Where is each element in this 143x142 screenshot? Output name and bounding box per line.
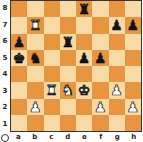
square-f4[interactable]	[92, 66, 108, 82]
square-d5[interactable]	[60, 50, 76, 66]
square-g2[interactable]	[109, 99, 125, 115]
square-b6[interactable]	[27, 34, 43, 50]
white-knight-d3: ♞	[62, 83, 75, 97]
square-c1[interactable]	[44, 115, 60, 131]
square-e8[interactable]: ♜	[76, 1, 92, 17]
black-king-a5: ♚	[13, 50, 26, 64]
square-f3[interactable]	[92, 82, 108, 98]
square-e2[interactable]	[76, 99, 92, 115]
white-rook-b7: ♜	[29, 18, 42, 32]
square-g7[interactable]: ♟	[109, 17, 125, 33]
square-d7[interactable]	[60, 17, 76, 33]
square-h2[interactable]: ♟	[125, 99, 141, 115]
rank-label-7: 7	[0, 17, 10, 34]
square-a4[interactable]	[11, 66, 27, 82]
square-g6[interactable]	[109, 34, 125, 50]
square-c8[interactable]	[44, 1, 60, 17]
square-e1[interactable]	[76, 115, 92, 131]
file-labels: abcdefgh	[10, 132, 142, 142]
square-a3[interactable]	[11, 82, 27, 98]
square-b5[interactable]: ♞	[27, 50, 43, 66]
white-pawn-f2: ♟	[94, 99, 107, 113]
white-pawn-g3: ♟	[110, 83, 123, 97]
rank-label-3: 3	[0, 83, 10, 100]
black-knight-b5: ♞	[29, 50, 42, 64]
square-c6[interactable]	[44, 34, 60, 50]
square-f5[interactable]: ♟	[92, 50, 108, 66]
file-label-a: a	[10, 132, 27, 142]
square-b4[interactable]	[27, 66, 43, 82]
file-label-e: e	[76, 132, 93, 142]
square-g4[interactable]	[109, 66, 125, 82]
square-g3[interactable]: ♟	[109, 82, 125, 98]
square-c5[interactable]	[44, 50, 60, 66]
square-f7[interactable]	[92, 17, 108, 33]
square-d6[interactable]: ♜	[60, 34, 76, 50]
rank-label-8: 8	[0, 0, 10, 17]
square-c3[interactable]: ♜	[44, 82, 60, 98]
rank-label-4: 4	[0, 66, 10, 83]
rank-label-5: 5	[0, 50, 10, 67]
square-c4[interactable]	[44, 66, 60, 82]
square-f6[interactable]	[92, 34, 108, 50]
square-b2[interactable]: ♟	[27, 99, 43, 115]
square-a1[interactable]	[11, 115, 27, 131]
chess-diagram: 87654321 ♜♜♟♟♟♜♚♞♟♟♜♞♚♟♟♟♟ abcdefgh	[0, 0, 142, 142]
chess-board: ♜♜♟♟♟♜♚♞♟♟♜♞♚♟♟♟♟	[10, 0, 142, 132]
square-h6[interactable]	[125, 34, 141, 50]
white-king-e3: ♚	[78, 83, 91, 97]
square-b7[interactable]: ♜	[27, 17, 43, 33]
square-a2[interactable]	[11, 99, 27, 115]
white-pawn-b2: ♟	[29, 99, 42, 113]
black-pawn-e5: ♟	[78, 50, 91, 64]
black-pawn-a6: ♟	[13, 34, 26, 48]
square-f1[interactable]	[92, 115, 108, 131]
file-label-g: g	[109, 132, 126, 142]
black-rook-e8: ♜	[78, 2, 91, 16]
square-b1[interactable]	[27, 115, 43, 131]
square-h3[interactable]	[125, 82, 141, 98]
white-to-move-indicator	[1, 134, 9, 142]
square-h8[interactable]	[125, 1, 141, 17]
square-b8[interactable]	[27, 1, 43, 17]
square-b3[interactable]	[27, 82, 43, 98]
rank-label-2: 2	[0, 99, 10, 116]
square-a8[interactable]	[11, 1, 27, 17]
file-label-h: h	[126, 132, 143, 142]
square-d1[interactable]	[60, 115, 76, 131]
square-f8[interactable]	[92, 1, 108, 17]
square-d4[interactable]	[60, 66, 76, 82]
square-a7[interactable]	[11, 17, 27, 33]
square-e5[interactable]: ♟	[76, 50, 92, 66]
square-a6[interactable]: ♟	[11, 34, 27, 50]
rank-label-6: 6	[0, 33, 10, 50]
file-label-b: b	[27, 132, 44, 142]
square-g8[interactable]	[109, 1, 125, 17]
white-pawn-h2: ♟	[127, 99, 140, 113]
rank-label-1: 1	[0, 116, 10, 133]
square-e7[interactable]	[76, 17, 92, 33]
square-h1[interactable]	[125, 115, 141, 131]
square-c7[interactable]	[44, 17, 60, 33]
black-rook-d6: ♜	[62, 34, 75, 48]
square-d2[interactable]	[60, 99, 76, 115]
square-e6[interactable]	[76, 34, 92, 50]
square-d3[interactable]: ♞	[60, 82, 76, 98]
file-label-d: d	[60, 132, 77, 142]
square-e3[interactable]: ♚	[76, 82, 92, 98]
white-rook-c3: ♜	[45, 83, 58, 97]
black-pawn-g7: ♟	[110, 18, 123, 32]
file-label-c: c	[43, 132, 60, 142]
square-h5[interactable]	[125, 50, 141, 66]
square-a5[interactable]: ♚	[11, 50, 27, 66]
square-g5[interactable]	[109, 50, 125, 66]
square-h4[interactable]	[125, 66, 141, 82]
square-f2[interactable]: ♟	[92, 99, 108, 115]
square-d8[interactable]	[60, 1, 76, 17]
square-c2[interactable]	[44, 99, 60, 115]
black-pawn-h7: ♟	[127, 18, 140, 32]
square-e4[interactable]	[76, 66, 92, 82]
file-label-f: f	[93, 132, 110, 142]
square-h7[interactable]: ♟	[125, 17, 141, 33]
black-pawn-f5: ♟	[94, 50, 107, 64]
rank-labels: 87654321	[0, 0, 10, 132]
square-g1[interactable]	[109, 115, 125, 131]
